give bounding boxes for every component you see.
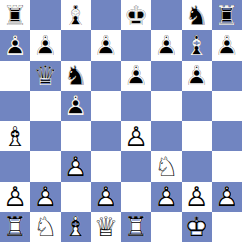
piece-glyph-lines: ♙: [121, 121, 151, 151]
black-pawn[interactable]: ♟♙: [91, 30, 121, 60]
square-b4[interactable]: [30, 121, 60, 151]
piece-glyph-lines: ♙: [30, 30, 60, 60]
square-c1[interactable]: ♝♗: [61, 212, 91, 242]
square-d4[interactable]: [91, 121, 121, 151]
black-pawn[interactable]: ♟♙: [30, 30, 60, 60]
piece-glyph-lines: ♙: [151, 30, 181, 60]
piece-glyph-lines: ♘: [61, 61, 91, 91]
square-g4[interactable]: [182, 121, 212, 151]
square-d1[interactable]: ♛♕: [91, 212, 121, 242]
square-h7[interactable]: ♟♙: [212, 30, 242, 60]
square-b7[interactable]: ♟♙: [30, 30, 60, 60]
black-pawn[interactable]: ♟♙: [212, 30, 242, 60]
black-knight[interactable]: ♞♘: [182, 0, 212, 30]
piece-glyph-lines: ♙: [151, 182, 181, 212]
white-knight[interactable]: ♞♘: [151, 151, 181, 181]
square-e6[interactable]: ♟♙: [121, 61, 151, 91]
piece-glyph-lines: ♙: [121, 61, 151, 91]
piece-glyph-lines: ♙: [0, 30, 30, 60]
square-c8[interactable]: ♝♗: [61, 0, 91, 30]
square-g2[interactable]: ♟♙: [182, 182, 212, 212]
square-g7[interactable]: ♝♗: [182, 30, 212, 60]
square-c3[interactable]: ♟♙: [61, 151, 91, 181]
black-king[interactable]: ♚♔: [121, 0, 151, 30]
piece-glyph-lines: ♘: [182, 0, 212, 30]
piece-glyph-lines: ♙: [0, 182, 30, 212]
square-d2[interactable]: ♟♙: [91, 182, 121, 212]
black-knight[interactable]: ♞♘: [61, 61, 91, 91]
white-pawn[interactable]: ♟♙: [0, 182, 30, 212]
square-a6[interactable]: [0, 61, 30, 91]
black-pawn[interactable]: ♟♙: [151, 30, 181, 60]
piece-glyph-lines: ♙: [30, 182, 60, 212]
white-pawn[interactable]: ♟♙: [30, 182, 60, 212]
square-d3[interactable]: [91, 151, 121, 181]
black-bishop[interactable]: ♝♗: [182, 30, 212, 60]
piece-glyph-lines: ♙: [182, 61, 212, 91]
square-e2[interactable]: [121, 182, 151, 212]
square-f4[interactable]: [151, 121, 181, 151]
white-pawn[interactable]: ♟♙: [121, 121, 151, 151]
black-bishop[interactable]: ♝♗: [61, 0, 91, 30]
square-a5[interactable]: [0, 91, 30, 121]
square-a2[interactable]: ♟♙: [0, 182, 30, 212]
square-b8[interactable]: [30, 0, 60, 30]
square-h2[interactable]: ♟♙: [212, 182, 242, 212]
piece-glyph-lines: ♖: [0, 212, 30, 242]
piece-glyph-lines: ♙: [61, 91, 91, 121]
square-a1[interactable]: ♜♖: [0, 212, 30, 242]
square-h8[interactable]: ♜♖: [212, 0, 242, 30]
square-d8[interactable]: [91, 0, 121, 30]
white-rook[interactable]: ♜♖: [0, 212, 30, 242]
piece-glyph-lines: ♖: [0, 0, 30, 30]
black-pawn[interactable]: ♟♙: [0, 30, 30, 60]
square-f1[interactable]: [151, 212, 181, 242]
piece-glyph-lines: ♙: [212, 30, 242, 60]
square-c2[interactable]: [61, 182, 91, 212]
white-pawn[interactable]: ♟♙: [61, 151, 91, 181]
piece-glyph-lines: ♖: [212, 0, 242, 30]
piece-glyph-lines: ♘: [151, 151, 181, 181]
white-bishop[interactable]: ♝♗: [61, 212, 91, 242]
square-b2[interactable]: ♟♙: [30, 182, 60, 212]
square-h6[interactable]: [212, 61, 242, 91]
square-d6[interactable]: [91, 61, 121, 91]
square-f7[interactable]: ♟♙: [151, 30, 181, 60]
square-g3[interactable]: [182, 151, 212, 181]
square-a7[interactable]: ♟♙: [0, 30, 30, 60]
square-g5[interactable]: [182, 91, 212, 121]
white-pawn[interactable]: ♟♙: [91, 182, 121, 212]
white-pawn[interactable]: ♟♙: [212, 182, 242, 212]
square-g8[interactable]: ♞♘: [182, 0, 212, 30]
square-b5[interactable]: [30, 91, 60, 121]
square-e3[interactable]: [121, 151, 151, 181]
piece-glyph-lines: ♙: [182, 182, 212, 212]
piece-glyph-lines: ♔: [121, 0, 151, 30]
piece-glyph-lines: ♙: [91, 30, 121, 60]
square-a4[interactable]: ♝♗: [0, 121, 30, 151]
black-rook[interactable]: ♜♖: [212, 0, 242, 30]
square-f6[interactable]: [151, 61, 181, 91]
square-g6[interactable]: ♟♙: [182, 61, 212, 91]
piece-glyph-lines: ♕: [91, 212, 121, 242]
white-queen[interactable]: ♛♕: [91, 212, 121, 242]
square-h1[interactable]: [212, 212, 242, 242]
piece-glyph-lines: ♗: [182, 30, 212, 60]
white-pawn[interactable]: ♟♙: [151, 182, 181, 212]
white-rook[interactable]: ♜♖: [121, 212, 151, 242]
black-pawn[interactable]: ♟♙: [121, 61, 151, 91]
piece-glyph-lines: ♕: [30, 61, 60, 91]
square-f2[interactable]: ♟♙: [151, 182, 181, 212]
square-b3[interactable]: [30, 151, 60, 181]
white-bishop[interactable]: ♝♗: [0, 121, 30, 151]
white-knight[interactable]: ♞♘: [30, 212, 60, 242]
square-e4[interactable]: ♟♙: [121, 121, 151, 151]
square-e5[interactable]: [121, 91, 151, 121]
square-h4[interactable]: [212, 121, 242, 151]
piece-glyph-lines: ♖: [121, 212, 151, 242]
square-h3[interactable]: [212, 151, 242, 181]
square-c6[interactable]: ♞♘: [61, 61, 91, 91]
piece-glyph-lines: ♘: [30, 212, 60, 242]
square-g1[interactable]: ♚♔: [182, 212, 212, 242]
square-a8[interactable]: ♜♖: [0, 0, 30, 30]
black-pawn[interactable]: ♟♙: [182, 61, 212, 91]
square-d5[interactable]: [91, 91, 121, 121]
piece-glyph-lines: ♗: [61, 212, 91, 242]
square-c7[interactable]: [61, 30, 91, 60]
square-e7[interactable]: [121, 30, 151, 60]
square-b1[interactable]: ♞♘: [30, 212, 60, 242]
white-king[interactable]: ♚♔: [182, 212, 212, 242]
square-d7[interactable]: ♟♙: [91, 30, 121, 60]
black-queen[interactable]: ♛♕: [30, 61, 60, 91]
square-c5[interactable]: ♟♙: [61, 91, 91, 121]
black-rook[interactable]: ♜♖: [0, 0, 30, 30]
square-f5[interactable]: [151, 91, 181, 121]
square-e1[interactable]: ♜♖: [121, 212, 151, 242]
piece-glyph-lines: ♗: [61, 0, 91, 30]
piece-glyph-lines: ♙: [91, 182, 121, 212]
piece-glyph-lines: ♔: [182, 212, 212, 242]
piece-glyph-lines: ♗: [0, 121, 30, 151]
square-f8[interactable]: [151, 0, 181, 30]
piece-glyph-lines: ♙: [61, 151, 91, 181]
square-e8[interactable]: ♚♔: [121, 0, 151, 30]
square-a3[interactable]: [0, 151, 30, 181]
square-c4[interactable]: [61, 121, 91, 151]
white-pawn[interactable]: ♟♙: [182, 182, 212, 212]
piece-glyph-lines: ♙: [212, 182, 242, 212]
black-pawn[interactable]: ♟♙: [61, 91, 91, 121]
square-b6[interactable]: ♛♕: [30, 61, 60, 91]
chess-board: ♜♖♝♗♚♔♞♘♜♖♟♙♟♙♟♙♟♙♝♗♟♙♛♕♞♘♟♙♟♙♟♙♝♗♟♙♟♙♞♘…: [0, 0, 242, 242]
square-f3[interactable]: ♞♘: [151, 151, 181, 181]
square-h5[interactable]: [212, 91, 242, 121]
